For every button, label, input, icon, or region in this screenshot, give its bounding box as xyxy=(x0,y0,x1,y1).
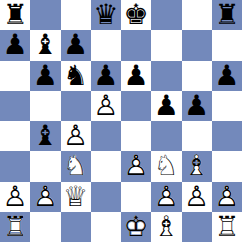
square-c5[interactable] xyxy=(61,91,91,121)
square-a4[interactable] xyxy=(0,121,30,151)
square-a1[interactable]: ♜♖ xyxy=(0,212,30,242)
square-f1[interactable]: ♝♗ xyxy=(151,212,181,242)
square-a3[interactable] xyxy=(0,151,30,181)
square-d6[interactable]: ♟ xyxy=(91,61,121,91)
square-h4[interactable] xyxy=(212,121,242,151)
square-f6[interactable] xyxy=(151,61,181,91)
black-pawn-icon: ♟ xyxy=(121,61,151,91)
square-e8[interactable]: ♚ xyxy=(121,0,151,30)
square-g5[interactable]: ♟ xyxy=(182,91,212,121)
square-h5[interactable] xyxy=(212,91,242,121)
square-d2[interactable] xyxy=(91,182,121,212)
black-pawn-icon: ♟ xyxy=(151,91,181,121)
white-queen-icon: ♕ xyxy=(61,182,91,212)
black-pawn-icon: ♟ xyxy=(30,61,60,91)
white-bishop-icon: ♗ xyxy=(151,212,181,242)
square-d7[interactable] xyxy=(91,30,121,60)
square-b5[interactable] xyxy=(30,91,60,121)
square-h2[interactable]: ♟♙ xyxy=(212,182,242,212)
white-king-icon: ♔ xyxy=(121,212,151,242)
white-pawn-icon: ♙ xyxy=(151,182,181,212)
square-e2[interactable] xyxy=(121,182,151,212)
square-c8[interactable] xyxy=(61,0,91,30)
square-g8[interactable] xyxy=(182,0,212,30)
square-c4[interactable]: ♟♙ xyxy=(61,121,91,151)
black-pawn-icon: ♟ xyxy=(91,61,121,91)
black-king-icon: ♚ xyxy=(121,0,151,30)
black-knight-icon: ♞ xyxy=(61,61,91,91)
square-g7[interactable] xyxy=(182,30,212,60)
square-b4[interactable]: ♝ xyxy=(30,121,60,151)
white-pawn-icon: ♙ xyxy=(61,121,91,151)
square-b1[interactable] xyxy=(30,212,60,242)
white-rook-icon: ♖ xyxy=(212,212,242,242)
black-bishop-icon: ♝ xyxy=(30,30,60,60)
square-g3[interactable]: ♝♗ xyxy=(182,151,212,181)
square-c6[interactable]: ♞ xyxy=(61,61,91,91)
square-a7[interactable]: ♟ xyxy=(0,30,30,60)
square-h8[interactable]: ♜ xyxy=(212,0,242,30)
square-b7[interactable]: ♝ xyxy=(30,30,60,60)
square-e7[interactable] xyxy=(121,30,151,60)
black-bishop-icon: ♝ xyxy=(30,121,60,151)
square-f3[interactable]: ♞♘ xyxy=(151,151,181,181)
square-c2[interactable]: ♛♕ xyxy=(61,182,91,212)
white-pawn-icon: ♙ xyxy=(121,151,151,181)
square-h3[interactable] xyxy=(212,151,242,181)
square-f2[interactable]: ♟♙ xyxy=(151,182,181,212)
square-d4[interactable] xyxy=(91,121,121,151)
black-rook-icon: ♜ xyxy=(0,0,30,30)
square-e1[interactable]: ♚♔ xyxy=(121,212,151,242)
square-d5[interactable]: ♟♙ xyxy=(91,91,121,121)
square-b6[interactable]: ♟ xyxy=(30,61,60,91)
square-f8[interactable] xyxy=(151,0,181,30)
square-a5[interactable] xyxy=(0,91,30,121)
black-pawn-icon: ♟ xyxy=(182,91,212,121)
square-e5[interactable] xyxy=(121,91,151,121)
square-g4[interactable] xyxy=(182,121,212,151)
black-pawn-icon: ♟ xyxy=(212,61,242,91)
square-a6[interactable] xyxy=(0,61,30,91)
square-a2[interactable]: ♟♙ xyxy=(0,182,30,212)
square-e4[interactable] xyxy=(121,121,151,151)
black-queen-icon: ♛ xyxy=(91,0,121,30)
square-f5[interactable]: ♟ xyxy=(151,91,181,121)
square-h1[interactable]: ♜♖ xyxy=(212,212,242,242)
square-h6[interactable]: ♟ xyxy=(212,61,242,91)
square-e3[interactable]: ♟♙ xyxy=(121,151,151,181)
chess-board: ♜♛♚♜♟♝♟♟♞♟♟♟♟♙♟♟♝♟♙♞♘♟♙♞♘♝♗♟♙♟♙♛♕♟♙♟♙♟♙♜… xyxy=(0,0,242,242)
black-pawn-icon: ♟ xyxy=(61,30,91,60)
square-d1[interactable] xyxy=(91,212,121,242)
square-c1[interactable] xyxy=(61,212,91,242)
white-pawn-icon: ♙ xyxy=(0,182,30,212)
square-b2[interactable]: ♟♙ xyxy=(30,182,60,212)
square-b3[interactable] xyxy=(30,151,60,181)
black-rook-icon: ♜ xyxy=(212,0,242,30)
square-c7[interactable]: ♟ xyxy=(61,30,91,60)
square-b8[interactable] xyxy=(30,0,60,30)
black-pawn-icon: ♟ xyxy=(0,30,30,60)
white-pawn-icon: ♙ xyxy=(212,182,242,212)
white-pawn-icon: ♙ xyxy=(91,91,121,121)
white-bishop-icon: ♗ xyxy=(182,151,212,181)
square-f4[interactable] xyxy=(151,121,181,151)
square-g2[interactable]: ♟♙ xyxy=(182,182,212,212)
white-knight-icon: ♘ xyxy=(61,151,91,181)
white-rook-icon: ♖ xyxy=(0,212,30,242)
square-c3[interactable]: ♞♘ xyxy=(61,151,91,181)
square-g1[interactable] xyxy=(182,212,212,242)
square-f7[interactable] xyxy=(151,30,181,60)
square-h7[interactable] xyxy=(212,30,242,60)
square-g6[interactable] xyxy=(182,61,212,91)
square-e6[interactable]: ♟ xyxy=(121,61,151,91)
square-d8[interactable]: ♛ xyxy=(91,0,121,30)
square-a8[interactable]: ♜ xyxy=(0,0,30,30)
white-knight-icon: ♘ xyxy=(151,151,181,181)
white-pawn-icon: ♙ xyxy=(30,182,60,212)
square-d3[interactable] xyxy=(91,151,121,181)
white-pawn-icon: ♙ xyxy=(182,182,212,212)
